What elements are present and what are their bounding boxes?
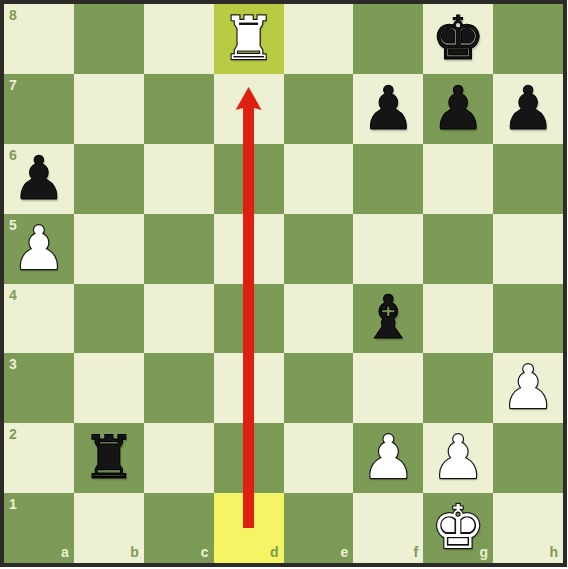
rank-label-2: 2 [9,427,17,441]
file-label-d: d [270,545,279,559]
white-pawn[interactable]: ♟ [431,427,485,487]
black-pawn[interactable]: ♟ [431,78,485,138]
square-d4[interactable] [214,284,284,354]
square-g8[interactable]: ♚ [423,4,493,74]
black-pawn[interactable]: ♟ [361,78,415,138]
square-d3[interactable] [214,353,284,423]
square-b2[interactable]: ♜ [74,423,144,493]
white-pawn[interactable]: ♟ [361,427,415,487]
square-e2[interactable] [284,423,354,493]
black-pawn[interactable]: ♟ [501,78,555,138]
square-g2[interactable]: ♟ [423,423,493,493]
rank-label-1: 1 [9,497,17,511]
square-d1[interactable]: d [214,493,284,563]
square-a2[interactable]: 2 [4,423,74,493]
square-c1[interactable]: c [144,493,214,563]
square-c2[interactable] [144,423,214,493]
square-e8[interactable] [284,4,354,74]
square-b1[interactable]: b [74,493,144,563]
file-label-b: b [130,545,139,559]
rank-label-8: 8 [9,8,17,22]
square-d8[interactable]: ♜ [214,4,284,74]
square-c8[interactable] [144,4,214,74]
square-g4[interactable] [423,284,493,354]
square-b3[interactable] [74,353,144,423]
square-e5[interactable] [284,214,354,284]
square-a4[interactable]: 4 [4,284,74,354]
square-c4[interactable] [144,284,214,354]
square-f1[interactable]: f [353,493,423,563]
square-h4[interactable] [493,284,563,354]
white-pawn[interactable]: ♟ [12,218,66,278]
black-bishop[interactable]: ♝ [361,287,415,347]
square-a6[interactable]: 6♟ [4,144,74,214]
square-b4[interactable] [74,284,144,354]
file-label-a: a [61,545,69,559]
black-pawn[interactable]: ♟ [12,148,66,208]
square-e3[interactable] [284,353,354,423]
white-pawn[interactable]: ♟ [501,357,555,417]
square-c3[interactable] [144,353,214,423]
file-label-f: f [414,545,419,559]
rank-label-4: 4 [9,288,17,302]
square-b6[interactable] [74,144,144,214]
square-f4[interactable]: ♝ [353,284,423,354]
square-h2[interactable] [493,423,563,493]
square-e1[interactable]: e [284,493,354,563]
square-g7[interactable]: ♟ [423,74,493,144]
square-b7[interactable] [74,74,144,144]
white-rook[interactable]: ♜ [222,8,276,68]
rank-label-7: 7 [9,78,17,92]
square-d7[interactable] [214,74,284,144]
chess-board: 8♜♚7♟♟♟6♟5♟4♝3♟2♜♟♟1abcdefg♚h [0,0,568,569]
square-f2[interactable]: ♟ [353,423,423,493]
square-a8[interactable]: 8 [4,4,74,74]
square-g1[interactable]: g♚ [423,493,493,563]
square-h6[interactable] [493,144,563,214]
square-c5[interactable] [144,214,214,284]
square-d2[interactable] [214,423,284,493]
square-b8[interactable] [74,4,144,74]
square-a5[interactable]: 5♟ [4,214,74,284]
square-a7[interactable]: 7 [4,74,74,144]
square-d6[interactable] [214,144,284,214]
square-f6[interactable] [353,144,423,214]
square-h7[interactable]: ♟ [493,74,563,144]
square-h5[interactable] [493,214,563,284]
square-a3[interactable]: 3 [4,353,74,423]
square-g3[interactable] [423,353,493,423]
square-g5[interactable] [423,214,493,284]
square-d5[interactable] [214,214,284,284]
square-b5[interactable] [74,214,144,284]
white-king[interactable]: ♚ [431,497,485,557]
black-rook[interactable]: ♜ [82,427,136,487]
square-a1[interactable]: 1a [4,493,74,563]
file-label-e: e [341,545,349,559]
black-king[interactable]: ♚ [431,8,485,68]
square-f5[interactable] [353,214,423,284]
square-h8[interactable] [493,4,563,74]
rank-label-3: 3 [9,357,17,371]
square-c6[interactable] [144,144,214,214]
board-grid: 8♜♚7♟♟♟6♟5♟4♝3♟2♜♟♟1abcdefg♚h [4,4,563,563]
square-g6[interactable] [423,144,493,214]
square-c7[interactable] [144,74,214,144]
file-label-c: c [201,545,209,559]
square-h1[interactable]: h [493,493,563,563]
square-f8[interactable] [353,4,423,74]
square-h3[interactable]: ♟ [493,353,563,423]
square-e4[interactable] [284,284,354,354]
square-e7[interactable] [284,74,354,144]
square-f7[interactable]: ♟ [353,74,423,144]
file-label-h: h [549,545,558,559]
square-f3[interactable] [353,353,423,423]
square-e6[interactable] [284,144,354,214]
